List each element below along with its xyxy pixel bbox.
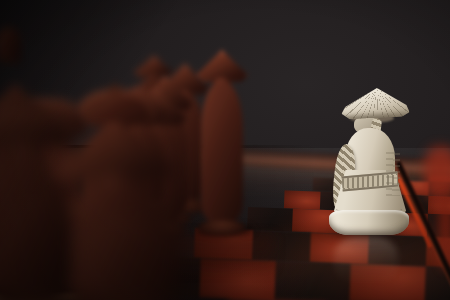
figure-body bbox=[0, 190, 74, 298]
white-conical-hat bbox=[340, 86, 409, 120]
figure-body bbox=[0, 27, 21, 63]
figure-body bbox=[79, 212, 183, 300]
figure-base bbox=[0, 59, 23, 63]
figure-base bbox=[198, 220, 246, 235]
dark-piece-figure bbox=[0, 27, 24, 63]
white-piece bbox=[328, 86, 410, 236]
white-piece-base bbox=[329, 210, 409, 235]
figure-body bbox=[201, 82, 243, 224]
scene bbox=[0, 0, 450, 300]
dark-piece-figure bbox=[196, 50, 248, 235]
white-robe-folds bbox=[386, 152, 400, 196]
dark-piece-figure bbox=[66, 212, 196, 300]
